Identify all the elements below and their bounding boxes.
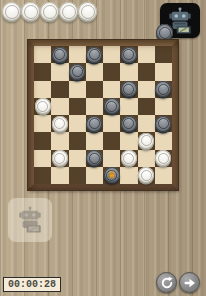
square-h3: [155, 132, 172, 149]
square-f5: [120, 98, 137, 115]
square-d5: [86, 98, 103, 115]
square-g7[interactable]: [138, 63, 155, 80]
square-g3[interactable]: [138, 132, 155, 149]
square-g1[interactable]: [138, 167, 155, 184]
white-man[interactable]: [138, 133, 154, 149]
square-d1: [86, 167, 103, 184]
square-c7[interactable]: [69, 63, 86, 80]
square-f7: [120, 63, 137, 80]
square-g5[interactable]: [138, 98, 155, 115]
square-b4[interactable]: [51, 115, 68, 132]
square-d6[interactable]: [86, 81, 103, 98]
square-c2: [69, 150, 86, 167]
opponent-robot-avatar: [160, 3, 200, 38]
restart-button[interactable]: [156, 272, 177, 293]
square-d4[interactable]: [86, 115, 103, 132]
square-e5[interactable]: [103, 98, 120, 115]
captured-white-piece: [2, 2, 21, 21]
circular-arrow-icon: [160, 276, 174, 290]
square-f6[interactable]: [120, 81, 137, 98]
square-h5: [155, 98, 172, 115]
white-man[interactable]: [155, 150, 171, 166]
right-arrow-icon: [183, 276, 197, 290]
square-c1[interactable]: [69, 167, 86, 184]
black-man[interactable]: [86, 47, 102, 63]
player-avatar-watermark: [8, 198, 52, 242]
captured-white-piece: [59, 2, 78, 21]
square-a5[interactable]: [34, 98, 51, 115]
square-e7[interactable]: [103, 63, 120, 80]
square-a8: [34, 46, 51, 63]
white-man[interactable]: [52, 116, 68, 132]
square-e8: [103, 46, 120, 63]
square-h1: [155, 167, 172, 184]
white-man[interactable]: [35, 98, 51, 114]
opponent-color-indicator-disc: [156, 24, 173, 41]
square-g4: [138, 115, 155, 132]
square-a4: [34, 115, 51, 132]
captured-white-tray: [2, 2, 97, 21]
square-d3: [86, 132, 103, 149]
square-c8: [69, 46, 86, 63]
square-d2[interactable]: [86, 150, 103, 167]
square-e2: [103, 150, 120, 167]
black-man[interactable]: [52, 47, 68, 63]
black-man[interactable]: [86, 116, 102, 132]
black-man[interactable]: [121, 116, 137, 132]
square-b3: [51, 132, 68, 149]
square-h7: [155, 63, 172, 80]
square-h8[interactable]: [155, 46, 172, 63]
square-h6[interactable]: [155, 81, 172, 98]
square-b6[interactable]: [51, 81, 68, 98]
square-a3[interactable]: [34, 132, 51, 149]
square-b1: [51, 167, 68, 184]
crown-icon: ♛: [104, 167, 120, 183]
black-man[interactable]: [104, 98, 120, 114]
white-man[interactable]: [52, 150, 68, 166]
square-g6: [138, 81, 155, 98]
square-e4: [103, 115, 120, 132]
captured-white-piece: [21, 2, 40, 21]
square-f8[interactable]: [120, 46, 137, 63]
square-c3[interactable]: [69, 132, 86, 149]
square-e6: [103, 81, 120, 98]
black-king[interactable]: ♛: [104, 167, 120, 183]
square-b8[interactable]: [51, 46, 68, 63]
square-d8[interactable]: [86, 46, 103, 63]
square-h4[interactable]: [155, 115, 172, 132]
checkers-board: ♛: [28, 40, 178, 190]
square-a1[interactable]: [34, 167, 51, 184]
square-e3[interactable]: [103, 132, 120, 149]
black-man[interactable]: [121, 47, 137, 63]
forward-button[interactable]: [179, 272, 200, 293]
square-c5[interactable]: [69, 98, 86, 115]
captured-white-piece: [40, 2, 59, 21]
square-f3: [120, 132, 137, 149]
square-b7: [51, 63, 68, 80]
ghost-robot-icon: [14, 206, 46, 234]
square-g8: [138, 46, 155, 63]
square-g2: [138, 150, 155, 167]
black-man[interactable]: [86, 150, 102, 166]
black-man[interactable]: [121, 81, 137, 97]
square-a6: [34, 81, 51, 98]
square-c4: [69, 115, 86, 132]
black-man[interactable]: [155, 81, 171, 97]
square-b2[interactable]: [51, 150, 68, 167]
square-b5: [51, 98, 68, 115]
square-f2[interactable]: [120, 150, 137, 167]
white-man[interactable]: [121, 150, 137, 166]
square-a7[interactable]: [34, 63, 51, 80]
captured-white-piece: [78, 2, 97, 21]
game-screen: ♛ 00:00:28: [0, 0, 206, 296]
timer-value: 00:00:28: [8, 279, 56, 290]
square-c6: [69, 81, 86, 98]
square-h2[interactable]: [155, 150, 172, 167]
game-timer: 00:00:28: [3, 277, 61, 292]
square-f4[interactable]: [120, 115, 137, 132]
black-man[interactable]: [155, 116, 171, 132]
square-e1[interactable]: ♛: [103, 167, 120, 184]
square-d7: [86, 63, 103, 80]
white-man[interactable]: [138, 167, 154, 183]
square-a2: [34, 150, 51, 167]
black-man[interactable]: [69, 64, 85, 80]
square-f1: [120, 167, 137, 184]
